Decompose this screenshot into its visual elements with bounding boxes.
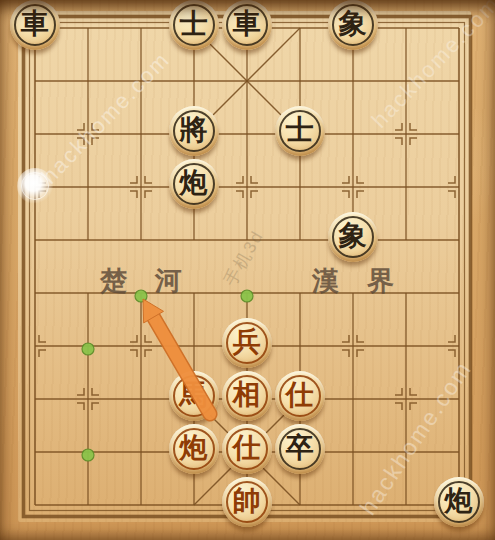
xiangqi-board: 楚河 漢界 車士車象將士炮象兵馬相仕炮仕卒帥炮 hackhome.comhack…: [0, 0, 495, 540]
piece-black-cannon[interactable]: 炮: [169, 159, 219, 209]
piece-glyph: 炮: [180, 169, 208, 197]
piece-red-soldier[interactable]: 兵: [222, 318, 272, 368]
pieces-layer: 車士車象將士炮象兵馬相仕炮仕卒帥炮: [8, 1, 485, 531]
piece-black-advisor[interactable]: 士: [169, 0, 219, 50]
piece-black-general[interactable]: 將: [169, 106, 219, 156]
piece-red-advisor[interactable]: 仕: [222, 424, 272, 474]
piece-glyph: 車: [21, 10, 49, 38]
piece-black-cannon[interactable]: 炮: [434, 477, 484, 527]
piece-black-elephant[interactable]: 象: [328, 212, 378, 262]
piece-glyph: 炮: [180, 434, 208, 462]
piece-red-horse[interactable]: 馬: [169, 371, 219, 421]
move-hint-dot[interactable]: [82, 449, 94, 461]
piece-glyph: 帥: [233, 487, 261, 515]
piece-glyph: 士: [286, 116, 314, 144]
piece-glyph: 將: [180, 116, 208, 144]
piece-glyph: 象: [339, 222, 367, 250]
piece-glyph: 相: [233, 381, 261, 409]
piece-red-cannon[interactable]: 炮: [169, 424, 219, 474]
piece-black-chariot[interactable]: 車: [10, 0, 60, 50]
move-hint-dot[interactable]: [135, 290, 147, 302]
piece-black-elephant[interactable]: 象: [328, 0, 378, 50]
piece-glyph: 卒: [286, 434, 314, 462]
piece-red-elephant[interactable]: 相: [222, 371, 272, 421]
move-hint-dot[interactable]: [82, 343, 94, 355]
piece-glyph: 車: [233, 10, 261, 38]
piece-glyph: 仕: [233, 434, 261, 462]
move-hint-dot[interactable]: [241, 290, 253, 302]
piece-glyph: 士: [180, 10, 208, 38]
piece-glyph: 馬: [180, 381, 208, 409]
piece-red-general[interactable]: 帥: [222, 477, 272, 527]
piece-black-chariot[interactable]: 車: [222, 0, 272, 50]
piece-glyph: 象: [339, 10, 367, 38]
piece-glyph: 炮: [445, 487, 473, 515]
piece-glyph: 仕: [286, 381, 314, 409]
piece-black-soldier[interactable]: 卒: [275, 424, 325, 474]
piece-red-advisor[interactable]: 仕: [275, 371, 325, 421]
piece-black-advisor[interactable]: 士: [275, 106, 325, 156]
piece-glyph: 兵: [233, 328, 261, 356]
